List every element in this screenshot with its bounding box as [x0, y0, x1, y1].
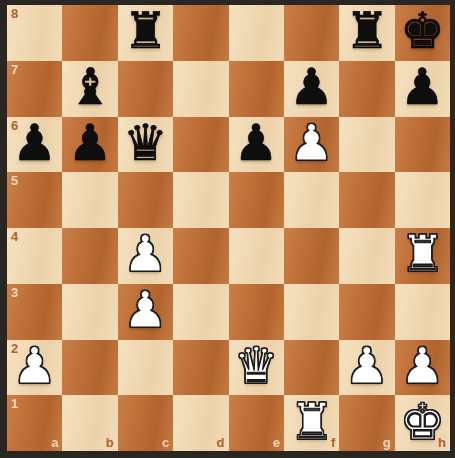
square-d8[interactable] [173, 5, 228, 61]
white-pawn[interactable]: ♟ [345, 341, 390, 391]
white-rook[interactable]: ♜ [289, 397, 334, 447]
square-h6[interactable] [395, 117, 450, 173]
square-a1[interactable]: 1a [7, 395, 62, 451]
square-e2[interactable]: ♛ [229, 340, 284, 396]
white-pawn[interactable]: ♟ [123, 285, 168, 335]
square-b8[interactable] [62, 5, 117, 61]
square-f7[interactable]: ♟ [284, 61, 339, 117]
square-c1[interactable]: c [118, 395, 173, 451]
square-h2[interactable]: ♟ [395, 340, 450, 396]
file-label-a: a [51, 435, 58, 450]
rank-label-4: 4 [11, 229, 18, 244]
square-f2[interactable] [284, 340, 339, 396]
square-b6[interactable]: ♟ [62, 117, 117, 173]
square-c5[interactable] [118, 172, 173, 228]
square-g5[interactable] [339, 172, 394, 228]
square-d3[interactable] [173, 284, 228, 340]
square-h3[interactable] [395, 284, 450, 340]
rank-label-3: 3 [11, 285, 18, 300]
square-b3[interactable] [62, 284, 117, 340]
chess-board: 8♜♜♚7♝♟♟6♟♟♛♟♟54♟♜3♟2♟♛♟♟1abcdef♜gh♚ [7, 5, 450, 451]
white-king[interactable]: ♚ [400, 397, 445, 447]
square-a4[interactable]: 4 [7, 228, 62, 284]
rank-label-8: 8 [11, 6, 18, 21]
rank-label-5: 5 [11, 173, 18, 188]
rank-label-1: 1 [11, 396, 18, 411]
square-f3[interactable] [284, 284, 339, 340]
file-label-c: c [162, 435, 169, 450]
square-e7[interactable] [229, 61, 284, 117]
square-f6[interactable]: ♟ [284, 117, 339, 173]
file-label-d: d [217, 435, 225, 450]
square-e1[interactable]: e [229, 395, 284, 451]
white-pawn[interactable]: ♟ [289, 118, 334, 168]
square-e5[interactable] [229, 172, 284, 228]
square-c4[interactable]: ♟ [118, 228, 173, 284]
board-frame: 8♜♜♚7♝♟♟6♟♟♛♟♟54♟♜3♟2♟♛♟♟1abcdef♜gh♚ [0, 0, 455, 458]
square-a2[interactable]: 2♟ [7, 340, 62, 396]
square-c2[interactable] [118, 340, 173, 396]
square-e8[interactable] [229, 5, 284, 61]
black-pawn[interactable]: ♟ [12, 118, 57, 168]
rank-label-7: 7 [11, 62, 18, 77]
square-f4[interactable] [284, 228, 339, 284]
black-rook[interactable]: ♜ [123, 6, 168, 56]
square-b2[interactable] [62, 340, 117, 396]
white-pawn[interactable]: ♟ [12, 341, 57, 391]
black-queen[interactable]: ♛ [123, 118, 168, 168]
square-b4[interactable] [62, 228, 117, 284]
square-f1[interactable]: f♜ [284, 395, 339, 451]
file-label-b: b [106, 435, 114, 450]
square-d5[interactable] [173, 172, 228, 228]
square-b7[interactable]: ♝ [62, 61, 117, 117]
square-a5[interactable]: 5 [7, 172, 62, 228]
square-f5[interactable] [284, 172, 339, 228]
black-king[interactable]: ♚ [400, 6, 445, 56]
black-pawn[interactable]: ♟ [400, 62, 445, 112]
square-d2[interactable] [173, 340, 228, 396]
square-g2[interactable]: ♟ [339, 340, 394, 396]
square-g8[interactable]: ♜ [339, 5, 394, 61]
file-label-e: e [273, 435, 280, 450]
file-label-g: g [383, 435, 391, 450]
square-a3[interactable]: 3 [7, 284, 62, 340]
square-d1[interactable]: d [173, 395, 228, 451]
square-c7[interactable] [118, 61, 173, 117]
square-h4[interactable]: ♜ [395, 228, 450, 284]
square-g7[interactable] [339, 61, 394, 117]
black-bishop[interactable]: ♝ [68, 62, 113, 112]
black-rook[interactable]: ♜ [345, 6, 390, 56]
square-b1[interactable]: b [62, 395, 117, 451]
square-e3[interactable] [229, 284, 284, 340]
square-c6[interactable]: ♛ [118, 117, 173, 173]
square-g6[interactable] [339, 117, 394, 173]
square-c8[interactable]: ♜ [118, 5, 173, 61]
white-pawn[interactable]: ♟ [123, 229, 168, 279]
square-e6[interactable]: ♟ [229, 117, 284, 173]
square-g3[interactable] [339, 284, 394, 340]
square-d7[interactable] [173, 61, 228, 117]
square-g4[interactable] [339, 228, 394, 284]
black-pawn[interactable]: ♟ [234, 118, 279, 168]
white-queen[interactable]: ♛ [234, 341, 279, 391]
white-rook[interactable]: ♜ [400, 229, 445, 279]
square-g1[interactable]: g [339, 395, 394, 451]
square-b5[interactable] [62, 172, 117, 228]
square-a7[interactable]: 7 [7, 61, 62, 117]
square-a6[interactable]: 6♟ [7, 117, 62, 173]
square-e4[interactable] [229, 228, 284, 284]
square-f8[interactable] [284, 5, 339, 61]
square-d6[interactable] [173, 117, 228, 173]
black-pawn[interactable]: ♟ [68, 118, 113, 168]
square-h5[interactable] [395, 172, 450, 228]
white-pawn[interactable]: ♟ [400, 341, 445, 391]
square-h8[interactable]: ♚ [395, 5, 450, 61]
black-pawn[interactable]: ♟ [289, 62, 334, 112]
square-c3[interactable]: ♟ [118, 284, 173, 340]
square-d4[interactable] [173, 228, 228, 284]
square-a8[interactable]: 8 [7, 5, 62, 61]
square-h1[interactable]: h♚ [395, 395, 450, 451]
square-h7[interactable]: ♟ [395, 61, 450, 117]
